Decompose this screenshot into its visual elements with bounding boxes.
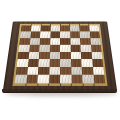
inlay-tick [93,83,94,86]
square[interactable] [82,75,94,83]
square[interactable] [71,59,82,67]
square[interactable] [49,67,60,75]
square[interactable] [15,75,27,83]
square[interactable] [80,45,91,52]
tick-strip-bottom [14,83,105,86]
square[interactable] [28,52,39,59]
square[interactable] [82,67,94,75]
square[interactable] [40,32,50,38]
square[interactable] [71,75,83,83]
square[interactable] [38,67,49,75]
square[interactable] [60,52,71,59]
square[interactable] [17,59,28,67]
square[interactable] [60,38,70,45]
square[interactable] [18,52,29,59]
square[interactable] [60,67,71,75]
square[interactable] [70,32,80,38]
square[interactable] [60,25,70,31]
square[interactable] [92,67,104,75]
square[interactable] [49,75,60,83]
square[interactable] [29,38,40,45]
square[interactable] [60,59,71,67]
square[interactable] [92,59,103,67]
board-grid [15,25,105,83]
square[interactable] [89,25,99,31]
square[interactable] [38,59,49,67]
square[interactable] [49,52,60,59]
square[interactable] [81,52,92,59]
square[interactable] [29,45,40,52]
square[interactable] [91,52,102,59]
square[interactable] [31,25,41,31]
scene [0,0,120,120]
inlay-tick [82,83,83,86]
square[interactable] [18,45,29,52]
square[interactable] [70,52,81,59]
square[interactable] [81,59,92,67]
inlay-tick [48,83,49,86]
square[interactable] [16,67,28,75]
square[interactable] [91,45,102,52]
square[interactable] [50,38,60,45]
square[interactable] [93,75,105,83]
chess-board [3,21,117,90]
square[interactable] [40,38,50,45]
square[interactable] [39,45,50,52]
square[interactable] [49,59,60,67]
square[interactable] [60,75,71,83]
square[interactable] [90,38,101,45]
board-inlay-border [13,24,108,86]
square[interactable] [37,75,49,83]
square[interactable] [70,45,81,52]
inlay-tick [71,83,72,86]
square[interactable] [28,59,39,67]
square[interactable] [26,75,38,83]
square[interactable] [80,38,91,45]
square[interactable] [19,38,30,45]
square[interactable] [71,67,82,75]
square[interactable] [70,38,80,45]
square[interactable] [27,67,39,75]
square[interactable] [39,52,50,59]
inlay-tick [37,83,38,86]
inlay-tick [25,83,26,86]
square[interactable] [50,45,60,52]
inlay-tick [60,83,61,86]
square[interactable] [60,45,70,52]
